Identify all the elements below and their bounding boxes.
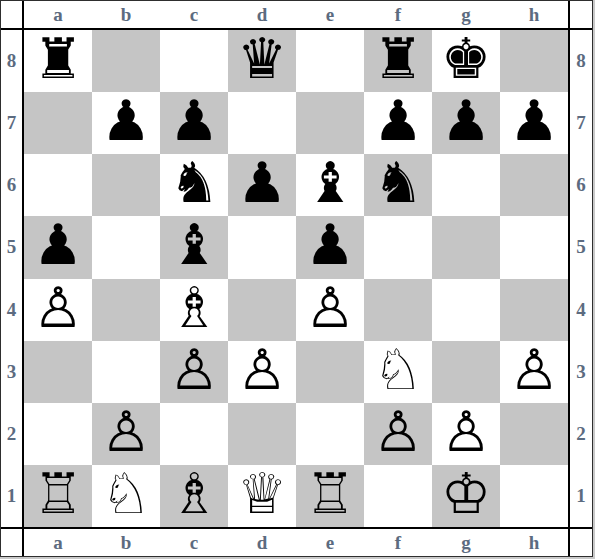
file-label-e-top: e xyxy=(296,1,364,30)
square-b6[interactable] xyxy=(92,154,160,216)
piece-white-rook: ♖ xyxy=(305,466,355,522)
piece-white-pawn: ♙ xyxy=(373,404,423,460)
square-c6[interactable]: ♞ xyxy=(160,154,228,216)
piece-black-king: ♚ xyxy=(441,31,491,87)
rank-label-3-left: 3 xyxy=(1,341,24,403)
square-f4[interactable] xyxy=(364,279,432,341)
piece-black-pawn: ♟ xyxy=(237,155,287,211)
square-b8[interactable] xyxy=(92,30,160,92)
square-b1[interactable]: ♘ xyxy=(92,465,160,527)
piece-black-pawn: ♟ xyxy=(101,93,151,149)
square-h3[interactable]: ♙ xyxy=(500,341,568,403)
square-b7[interactable]: ♟ xyxy=(92,92,160,154)
square-h1[interactable] xyxy=(500,465,568,527)
file-label-e-bottom: e xyxy=(296,527,364,556)
piece-black-pawn: ♟ xyxy=(169,93,219,149)
square-e3[interactable] xyxy=(296,341,364,403)
square-d5[interactable] xyxy=(228,216,296,278)
file-label-d-bottom: d xyxy=(228,527,296,556)
square-f3[interactable]: ♘ xyxy=(364,341,432,403)
piece-black-bishop: ♝ xyxy=(169,217,219,273)
square-d7[interactable] xyxy=(228,92,296,154)
square-e7[interactable] xyxy=(296,92,364,154)
rank-label-8-left: 8 xyxy=(1,30,24,92)
rank-label-5-left: 5 xyxy=(1,216,24,278)
square-g5[interactable] xyxy=(432,216,500,278)
corner-cell xyxy=(568,1,592,30)
piece-white-knight: ♘ xyxy=(373,342,423,398)
square-a7[interactable] xyxy=(24,92,92,154)
file-label-g-bottom: g xyxy=(432,527,500,556)
file-label-c-bottom: c xyxy=(160,527,228,556)
corner-cell xyxy=(1,527,24,556)
square-a4[interactable]: ♙ xyxy=(24,279,92,341)
piece-white-pawn: ♙ xyxy=(237,342,287,398)
square-b3[interactable] xyxy=(92,341,160,403)
square-g1[interactable]: ♔ xyxy=(432,465,500,527)
rank-label-4-right: 4 xyxy=(568,279,592,341)
piece-white-king: ♔ xyxy=(441,466,491,522)
piece-white-pawn: ♙ xyxy=(509,342,559,398)
square-f2[interactable]: ♙ xyxy=(364,403,432,465)
piece-white-pawn: ♙ xyxy=(441,404,491,460)
piece-black-pawn: ♟ xyxy=(33,217,83,273)
rank-label-6-left: 6 xyxy=(1,154,24,216)
rank-label-2-left: 2 xyxy=(1,403,24,465)
square-a1[interactable]: ♖ xyxy=(24,465,92,527)
rank-label-4-left: 4 xyxy=(1,279,24,341)
corner-cell xyxy=(1,1,24,30)
square-c3[interactable]: ♙ xyxy=(160,341,228,403)
rank-label-8-right: 8 xyxy=(568,30,592,92)
piece-white-pawn: ♙ xyxy=(101,404,151,460)
square-f1[interactable] xyxy=(364,465,432,527)
piece-black-bishop: ♝ xyxy=(305,155,355,211)
square-h4[interactable] xyxy=(500,279,568,341)
square-b2[interactable]: ♙ xyxy=(92,403,160,465)
rank-label-1-left: 1 xyxy=(1,465,24,527)
square-f5[interactable] xyxy=(364,216,432,278)
square-g8[interactable]: ♚ xyxy=(432,30,500,92)
piece-black-pawn: ♟ xyxy=(509,93,559,149)
file-label-d-top: d xyxy=(228,1,296,30)
square-c4[interactable]: ♗ xyxy=(160,279,228,341)
corner-cell xyxy=(568,527,592,556)
rank-label-3-right: 3 xyxy=(568,341,592,403)
square-e4[interactable]: ♙ xyxy=(296,279,364,341)
piece-white-rook: ♖ xyxy=(33,466,83,522)
file-label-b-bottom: b xyxy=(92,527,160,556)
square-d3[interactable]: ♙ xyxy=(228,341,296,403)
rank-label-7-left: 7 xyxy=(1,92,24,154)
file-label-h-top: h xyxy=(500,1,568,30)
rank-label-7-right: 7 xyxy=(568,92,592,154)
piece-white-pawn: ♙ xyxy=(169,342,219,398)
piece-black-knight: ♞ xyxy=(373,155,423,211)
piece-black-pawn: ♟ xyxy=(373,93,423,149)
square-c1[interactable]: ♗ xyxy=(160,465,228,527)
file-label-b-top: b xyxy=(92,1,160,30)
square-b4[interactable] xyxy=(92,279,160,341)
square-e8[interactable] xyxy=(296,30,364,92)
square-a2[interactable] xyxy=(24,403,92,465)
square-e1[interactable]: ♖ xyxy=(296,465,364,527)
square-a5[interactable]: ♟ xyxy=(24,216,92,278)
square-e2[interactable] xyxy=(296,403,364,465)
square-c2[interactable] xyxy=(160,403,228,465)
piece-white-pawn: ♙ xyxy=(305,280,355,336)
chessboard: abcdefgh8♜♛♜♚87♟♟♟♟♟76♞♟♝♞65♟♝♟54♙♗♙43♙♙… xyxy=(1,1,592,556)
square-h5[interactable] xyxy=(500,216,568,278)
piece-black-rook: ♜ xyxy=(33,31,83,87)
file-label-a-top: a xyxy=(24,1,92,30)
rank-label-5-right: 5 xyxy=(568,216,592,278)
square-d2[interactable] xyxy=(228,403,296,465)
piece-black-pawn: ♟ xyxy=(305,217,355,273)
file-label-g-top: g xyxy=(432,1,500,30)
rank-label-2-right: 2 xyxy=(568,403,592,465)
square-g6[interactable] xyxy=(432,154,500,216)
piece-black-pawn: ♟ xyxy=(441,93,491,149)
square-h7[interactable]: ♟ xyxy=(500,92,568,154)
square-h6[interactable] xyxy=(500,154,568,216)
piece-white-pawn: ♙ xyxy=(33,280,83,336)
square-d6[interactable]: ♟ xyxy=(228,154,296,216)
square-g4[interactable] xyxy=(432,279,500,341)
piece-white-bishop: ♗ xyxy=(169,280,219,336)
square-f8[interactable]: ♜ xyxy=(364,30,432,92)
file-label-a-bottom: a xyxy=(24,527,92,556)
file-label-h-bottom: h xyxy=(500,527,568,556)
square-a6[interactable] xyxy=(24,154,92,216)
rank-label-6-right: 6 xyxy=(568,154,592,216)
piece-black-knight: ♞ xyxy=(169,155,219,211)
rank-label-1-right: 1 xyxy=(568,465,592,527)
square-f7[interactable]: ♟ xyxy=(364,92,432,154)
square-e5[interactable]: ♟ xyxy=(296,216,364,278)
square-c8[interactable] xyxy=(160,30,228,92)
piece-black-queen: ♛ xyxy=(237,31,287,87)
file-label-f-top: f xyxy=(364,1,432,30)
square-g3[interactable] xyxy=(432,341,500,403)
piece-white-bishop: ♗ xyxy=(169,466,219,522)
square-d4[interactable] xyxy=(228,279,296,341)
square-b5[interactable] xyxy=(92,216,160,278)
square-h2[interactable] xyxy=(500,403,568,465)
square-a3[interactable] xyxy=(24,341,92,403)
square-c5[interactable]: ♝ xyxy=(160,216,228,278)
square-a8[interactable]: ♜ xyxy=(24,30,92,92)
file-label-c-top: c xyxy=(160,1,228,30)
square-f6[interactable]: ♞ xyxy=(364,154,432,216)
square-e6[interactable]: ♝ xyxy=(296,154,364,216)
square-c7[interactable]: ♟ xyxy=(160,92,228,154)
square-g2[interactable]: ♙ xyxy=(432,403,500,465)
chessboard-frame: abcdefgh8♜♛♜♚87♟♟♟♟♟76♞♟♝♞65♟♝♟54♙♗♙43♙♙… xyxy=(0,0,593,557)
square-d8[interactable]: ♛ xyxy=(228,30,296,92)
square-g7[interactable]: ♟ xyxy=(432,92,500,154)
window-edge: abcdefgh8♜♛♜♚87♟♟♟♟♟76♞♟♝♞65♟♝♟54♙♗♙43♙♙… xyxy=(0,0,595,559)
piece-black-rook: ♜ xyxy=(373,31,423,87)
file-label-f-bottom: f xyxy=(364,527,432,556)
piece-white-queen: ♕ xyxy=(237,466,287,522)
piece-white-knight: ♘ xyxy=(101,466,151,522)
square-d1[interactable]: ♕ xyxy=(228,465,296,527)
square-h8[interactable] xyxy=(500,30,568,92)
